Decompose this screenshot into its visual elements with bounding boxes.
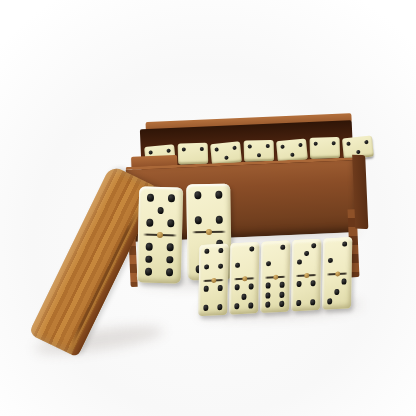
pip: [290, 152, 294, 156]
domino-2-6: [260, 240, 290, 313]
domino-half-2: [230, 242, 259, 272]
pip: [266, 302, 271, 308]
pip: [328, 258, 333, 263]
pip: [242, 293, 247, 299]
pip: [331, 141, 335, 145]
pip: [232, 146, 236, 150]
domino-half-5: [138, 186, 183, 234]
pip: [249, 284, 254, 290]
pip: [205, 248, 210, 253]
pip: [235, 262, 240, 267]
domino-half-3: [292, 239, 321, 269]
pip: [364, 140, 368, 144]
pip: [218, 263, 223, 268]
pip: [218, 285, 223, 291]
pip: [281, 145, 285, 149]
pip: [194, 191, 201, 199]
pip: [347, 142, 351, 146]
pip: [219, 248, 224, 253]
pip: [279, 301, 284, 307]
pip: [218, 304, 223, 310]
in-box-domino-visible-2: [178, 143, 209, 165]
domino-2-5: [229, 242, 259, 315]
front-row-dominoes: [197, 237, 361, 325]
domino-half-2: [261, 240, 290, 270]
pip: [224, 155, 228, 159]
pip: [280, 282, 285, 288]
pip: [145, 267, 152, 275]
pip: [157, 206, 164, 214]
pip: [167, 243, 174, 251]
pip: [216, 191, 223, 199]
pip: [195, 216, 202, 224]
pip: [342, 279, 347, 285]
pip: [215, 148, 219, 152]
domino-half-6: [260, 277, 290, 313]
in-box-domino-visible-3: [244, 140, 275, 162]
pip: [235, 284, 240, 290]
pip: [166, 149, 170, 153]
pip: [310, 299, 315, 305]
pip: [204, 264, 209, 269]
pip: [249, 303, 254, 309]
pip: [257, 153, 261, 157]
pip: [280, 291, 285, 297]
domino-5-6: [137, 186, 183, 283]
pip: [304, 251, 309, 256]
pip: [297, 281, 302, 287]
pip: [145, 255, 152, 263]
pip: [204, 286, 209, 292]
pip: [356, 150, 360, 154]
pip: [280, 244, 285, 249]
domino-half-4: [199, 244, 228, 274]
domino-half-4: [291, 275, 321, 311]
pip: [166, 268, 173, 276]
pip: [266, 283, 271, 289]
pip: [296, 300, 301, 306]
pip: [204, 305, 209, 311]
pip: [298, 143, 302, 147]
pip: [311, 280, 316, 286]
domino-half-4: [186, 184, 231, 232]
pip: [265, 144, 269, 148]
pip: [297, 259, 302, 264]
pip: [248, 145, 252, 149]
pip: [311, 243, 316, 248]
pip: [216, 216, 223, 224]
pip: [342, 241, 347, 246]
pip: [335, 289, 340, 295]
pip: [149, 151, 153, 155]
domino-half-6: [137, 235, 182, 283]
domino-half-4: [198, 280, 228, 316]
pip: [146, 243, 153, 251]
pip: [182, 148, 186, 152]
pip: [235, 303, 240, 309]
pip: [168, 194, 175, 202]
domino-half-2: [323, 237, 352, 267]
domino-4-4: [198, 244, 228, 317]
domino-2-3: [322, 237, 352, 310]
domino-half-5: [229, 279, 259, 315]
pip: [314, 142, 318, 146]
in-box-domino-visible-2: [310, 137, 341, 159]
pip: [199, 147, 203, 151]
pip: [146, 219, 153, 227]
pip: [167, 256, 174, 264]
pip: [250, 246, 255, 251]
box-right-side: [352, 155, 368, 229]
domino-3-4: [291, 239, 321, 312]
pip: [266, 261, 271, 266]
product-photo-domino-set: [0, 0, 416, 416]
pip: [327, 298, 332, 304]
pip: [266, 292, 271, 298]
domino-half-3: [322, 274, 352, 310]
pip: [167, 219, 174, 227]
pip: [147, 194, 154, 202]
